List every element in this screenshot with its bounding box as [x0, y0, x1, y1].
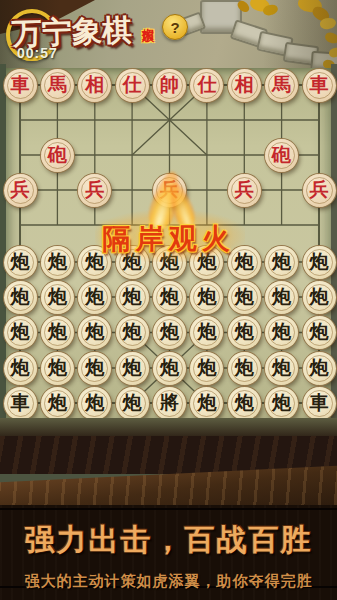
piece-glyph: 炮: [310, 358, 329, 377]
piece-glyph: 炮: [48, 358, 67, 377]
piece-black[interactable]: 炮: [228, 281, 261, 314]
piece-glyph: 炮: [85, 393, 104, 412]
piece-glyph: 炮: [160, 358, 179, 377]
piece-black[interactable]: 炮: [190, 316, 223, 349]
edition-badge: 大招版: [139, 18, 156, 64]
piece-glyph: 砲: [272, 145, 291, 164]
piece-glyph: 車: [310, 75, 329, 94]
piece-black[interactable]: 炮: [41, 352, 74, 385]
piece-black[interactable]: 炮: [41, 281, 74, 314]
piece-black[interactable]: 炮: [78, 352, 111, 385]
piece-glyph: 炮: [272, 358, 291, 377]
piece-black[interactable]: 炮: [303, 281, 336, 314]
piece-glyph: 炮: [11, 287, 30, 306]
piece-glyph: 炮: [310, 322, 329, 341]
piece-black[interactable]: 炮: [41, 316, 74, 349]
piece-glyph: 兵: [235, 180, 254, 199]
piece-glyph: 炮: [85, 287, 104, 306]
piece-black[interactable]: 炮: [116, 387, 149, 420]
piece-red[interactable]: 兵: [228, 174, 261, 207]
piece-red[interactable]: 兵: [4, 174, 37, 207]
piece-glyph: 炮: [310, 287, 329, 306]
piece-glyph: 仕: [197, 75, 216, 94]
board-edge-shadow: [0, 418, 337, 436]
game-timer: 00:57: [17, 45, 58, 61]
piece-glyph: 炮: [123, 358, 142, 377]
piece-glyph: 炮: [235, 393, 254, 412]
piece-black[interactable]: 炮: [190, 387, 223, 420]
piece-glyph: 炮: [123, 393, 142, 412]
piece-black[interactable]: 炮: [265, 316, 298, 349]
screen: 車馬相仕帥仕相馬車砲砲兵兵兵兵兵炮炮炮炮炮炮炮炮炮炮炮炮炮炮炮炮炮炮炮炮炮炮炮炮…: [0, 0, 337, 600]
piece-glyph: 炮: [197, 322, 216, 341]
piece-glyph: 炮: [235, 358, 254, 377]
piece-glyph: 炮: [272, 393, 291, 412]
piece-red[interactable]: 仕: [190, 69, 223, 102]
piece-red[interactable]: 帥: [153, 69, 186, 102]
stratagem-banner: 隔岸观火: [0, 220, 337, 258]
piece-black[interactable]: 炮: [78, 316, 111, 349]
piece-black[interactable]: 炮: [116, 352, 149, 385]
piece-glyph: 車: [11, 393, 30, 412]
help-button[interactable]: ?: [162, 14, 188, 40]
piece-black[interactable]: 炮: [303, 316, 336, 349]
piece-red[interactable]: 相: [228, 69, 261, 102]
piece-glyph: 炮: [11, 322, 30, 341]
piece-glyph: 炮: [48, 393, 67, 412]
piece-black[interactable]: 炮: [116, 316, 149, 349]
piece-glyph: 仕: [123, 75, 142, 94]
piece-red[interactable]: 相: [78, 69, 111, 102]
piece-glyph: 炮: [11, 358, 30, 377]
piece-black[interactable]: 炮: [78, 281, 111, 314]
piece-glyph: 將: [160, 393, 179, 412]
piece-black[interactable]: 炮: [303, 352, 336, 385]
piece-black[interactable]: 炮: [4, 316, 37, 349]
piece-glyph: 炮: [197, 393, 216, 412]
piece-glyph: 相: [85, 75, 104, 94]
top-bar: 万宁象棋 大招版 ? 00:57: [0, 0, 337, 66]
piece-black[interactable]: 炮: [78, 387, 111, 420]
piece-glyph: 炮: [48, 322, 67, 341]
piece-black[interactable]: 炮: [228, 387, 261, 420]
piece-black[interactable]: 炮: [41, 387, 74, 420]
piece-glyph: 炮: [197, 358, 216, 377]
promo-subline: 强大的主动计策如虎添翼，助你夺得完胜: [0, 572, 337, 591]
piece-glyph: 車: [11, 75, 30, 94]
piece-red[interactable]: 車: [4, 69, 37, 102]
piece-black[interactable]: 炮: [4, 281, 37, 314]
piece-black[interactable]: 炮: [228, 316, 261, 349]
piece-red[interactable]: 仕: [116, 69, 149, 102]
piece-black[interactable]: 炮: [265, 387, 298, 420]
piece-red[interactable]: 砲: [265, 139, 298, 172]
piece-glyph: 炮: [272, 287, 291, 306]
piece-red[interactable]: 砲: [41, 139, 74, 172]
piece-black[interactable]: 炮: [190, 352, 223, 385]
piece-glyph: 砲: [48, 145, 67, 164]
piece-glyph: 馬: [272, 75, 291, 94]
piece-glyph: 兵: [11, 180, 30, 199]
piece-glyph: 炮: [123, 322, 142, 341]
piece-black[interactable]: 炮: [153, 281, 186, 314]
piece-black[interactable]: 將: [153, 387, 186, 420]
piece-glyph: 兵: [310, 180, 329, 199]
piece-red[interactable]: 馬: [265, 69, 298, 102]
piece-glyph: 炮: [160, 287, 179, 306]
piece-red[interactable]: 馬: [41, 69, 74, 102]
piece-glyph: 炮: [85, 358, 104, 377]
question-mark-icon: ?: [170, 19, 179, 36]
piece-black[interactable]: 炮: [116, 281, 149, 314]
piece-black[interactable]: 車: [4, 387, 37, 420]
piece-glyph: 車: [310, 393, 329, 412]
piece-glyph: 炮: [123, 287, 142, 306]
piece-glyph: 馬: [48, 75, 67, 94]
piece-glyph: 相: [235, 75, 254, 94]
piece-black[interactable]: 炮: [265, 281, 298, 314]
piece-black[interactable]: 車: [303, 387, 336, 420]
piece-black[interactable]: 炮: [228, 352, 261, 385]
piece-glyph: 兵: [85, 180, 104, 199]
piece-glyph: 炮: [235, 287, 254, 306]
piece-glyph: 炮: [272, 322, 291, 341]
piece-red[interactable]: 兵: [78, 174, 111, 207]
promo-headline: 强力出击，百战百胜: [0, 520, 337, 561]
piece-glyph: 炮: [48, 287, 67, 306]
piece-black[interactable]: 炮: [153, 316, 186, 349]
piece-glyph: 炮: [160, 322, 179, 341]
piece-black[interactable]: 炮: [4, 352, 37, 385]
piece-red[interactable]: 車: [303, 69, 336, 102]
piece-glyph: 炮: [85, 322, 104, 341]
piece-glyph: 炮: [235, 322, 254, 341]
piece-red[interactable]: 兵: [303, 174, 336, 207]
piece-glyph: 帥: [160, 75, 179, 94]
piece-black[interactable]: 炮: [265, 352, 298, 385]
plank-seam: [0, 508, 337, 510]
piece-black[interactable]: 炮: [153, 352, 186, 385]
piece-glyph: 炮: [197, 287, 216, 306]
piece-black[interactable]: 炮: [190, 281, 223, 314]
